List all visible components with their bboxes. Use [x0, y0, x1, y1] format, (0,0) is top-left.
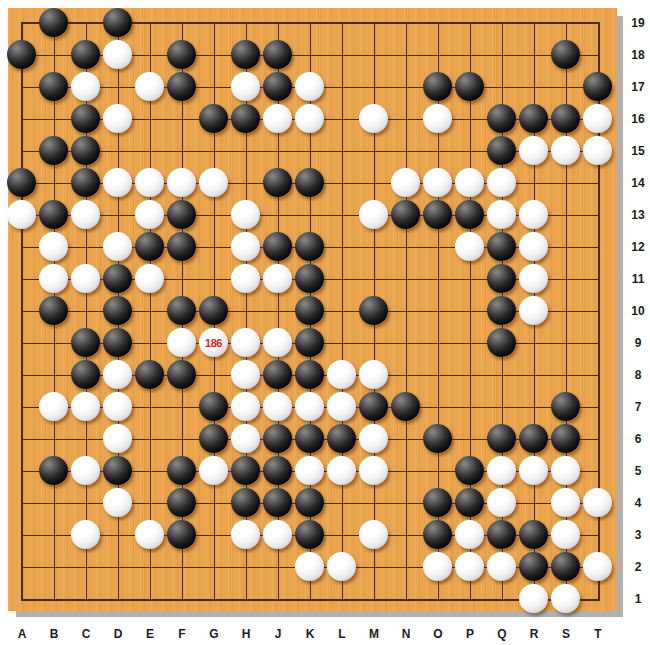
intersection-S1[interactable] — [550, 583, 582, 615]
intersection-K8[interactable] — [294, 359, 326, 391]
intersection-S12[interactable] — [550, 231, 582, 263]
intersection-K2[interactable] — [294, 551, 326, 583]
intersection-T3[interactable] — [582, 519, 614, 551]
intersection-R5[interactable] — [518, 455, 550, 487]
intersection-K10[interactable] — [294, 295, 326, 327]
intersection-J14[interactable] — [262, 167, 294, 199]
intersection-G4[interactable] — [198, 487, 230, 519]
intersection-Q11[interactable] — [486, 263, 518, 295]
intersection-S8[interactable] — [550, 359, 582, 391]
intersection-A9[interactable] — [6, 327, 38, 359]
intersection-O19[interactable] — [422, 7, 454, 39]
intersection-D16[interactable] — [102, 103, 134, 135]
intersection-T5[interactable] — [582, 455, 614, 487]
intersection-Q8[interactable] — [486, 359, 518, 391]
intersection-T11[interactable] — [582, 263, 614, 295]
intersection-G10[interactable] — [198, 295, 230, 327]
intersection-H9[interactable] — [230, 327, 262, 359]
intersection-B7[interactable] — [38, 391, 70, 423]
intersection-A3[interactable] — [6, 519, 38, 551]
intersection-O4[interactable] — [422, 487, 454, 519]
intersection-K1[interactable] — [294, 583, 326, 615]
intersection-G2[interactable] — [198, 551, 230, 583]
intersection-L18[interactable] — [326, 39, 358, 71]
intersection-A2[interactable] — [6, 551, 38, 583]
intersection-N18[interactable] — [390, 39, 422, 71]
intersection-Q18[interactable] — [486, 39, 518, 71]
intersection-A12[interactable] — [6, 231, 38, 263]
intersection-N14[interactable] — [390, 167, 422, 199]
intersection-E6[interactable] — [134, 423, 166, 455]
intersection-T18[interactable] — [582, 39, 614, 71]
intersection-F12[interactable] — [166, 231, 198, 263]
intersection-C13[interactable] — [70, 199, 102, 231]
intersection-P13[interactable] — [454, 199, 486, 231]
intersection-C5[interactable] — [70, 455, 102, 487]
intersection-A18[interactable] — [6, 39, 38, 71]
intersection-D3[interactable] — [102, 519, 134, 551]
intersection-K17[interactable] — [294, 71, 326, 103]
intersection-T1[interactable] — [582, 583, 614, 615]
intersection-F6[interactable] — [166, 423, 198, 455]
intersection-K14[interactable] — [294, 167, 326, 199]
intersection-S17[interactable] — [550, 71, 582, 103]
intersection-D7[interactable] — [102, 391, 134, 423]
intersection-N16[interactable] — [390, 103, 422, 135]
intersection-N4[interactable] — [390, 487, 422, 519]
intersection-J4[interactable] — [262, 487, 294, 519]
intersection-M6[interactable] — [358, 423, 390, 455]
intersection-K15[interactable] — [294, 135, 326, 167]
intersection-Q9[interactable] — [486, 327, 518, 359]
intersection-D15[interactable] — [102, 135, 134, 167]
intersection-J18[interactable] — [262, 39, 294, 71]
intersection-Q19[interactable] — [486, 7, 518, 39]
intersection-T13[interactable] — [582, 199, 614, 231]
intersection-P19[interactable] — [454, 7, 486, 39]
intersection-S11[interactable] — [550, 263, 582, 295]
intersection-P11[interactable] — [454, 263, 486, 295]
intersection-F19[interactable] — [166, 7, 198, 39]
intersection-G16[interactable] — [198, 103, 230, 135]
intersection-M1[interactable] — [358, 583, 390, 615]
intersection-F2[interactable] — [166, 551, 198, 583]
intersection-E8[interactable] — [134, 359, 166, 391]
intersection-C8[interactable] — [70, 359, 102, 391]
intersection-E16[interactable] — [134, 103, 166, 135]
intersection-P14[interactable] — [454, 167, 486, 199]
intersection-C19[interactable] — [70, 7, 102, 39]
intersection-Q16[interactable] — [486, 103, 518, 135]
intersection-G1[interactable] — [198, 583, 230, 615]
intersection-E9[interactable] — [134, 327, 166, 359]
intersection-B14[interactable] — [38, 167, 70, 199]
intersection-B1[interactable] — [38, 583, 70, 615]
intersection-F7[interactable] — [166, 391, 198, 423]
intersection-K5[interactable] — [294, 455, 326, 487]
intersection-T6[interactable] — [582, 423, 614, 455]
intersection-C7[interactable] — [70, 391, 102, 423]
intersection-S10[interactable] — [550, 295, 582, 327]
intersection-Q1[interactable] — [486, 583, 518, 615]
intersection-O9[interactable] — [422, 327, 454, 359]
intersection-C9[interactable] — [70, 327, 102, 359]
intersection-N17[interactable] — [390, 71, 422, 103]
intersection-L14[interactable] — [326, 167, 358, 199]
intersection-E11[interactable] — [134, 263, 166, 295]
intersection-B8[interactable] — [38, 359, 70, 391]
intersection-O3[interactable] — [422, 519, 454, 551]
intersection-A13[interactable] — [6, 199, 38, 231]
intersection-M7[interactable] — [358, 391, 390, 423]
intersection-J12[interactable] — [262, 231, 294, 263]
intersection-D4[interactable] — [102, 487, 134, 519]
intersection-L15[interactable] — [326, 135, 358, 167]
intersection-R8[interactable] — [518, 359, 550, 391]
intersection-T10[interactable] — [582, 295, 614, 327]
intersection-F17[interactable] — [166, 71, 198, 103]
intersection-R16[interactable] — [518, 103, 550, 135]
intersection-D6[interactable] — [102, 423, 134, 455]
intersection-H15[interactable] — [230, 135, 262, 167]
intersection-C16[interactable] — [70, 103, 102, 135]
intersection-S6[interactable] — [550, 423, 582, 455]
intersection-B16[interactable] — [38, 103, 70, 135]
intersection-L6[interactable] — [326, 423, 358, 455]
intersection-O8[interactable] — [422, 359, 454, 391]
intersection-S16[interactable] — [550, 103, 582, 135]
intersection-H19[interactable] — [230, 7, 262, 39]
intersection-A15[interactable] — [6, 135, 38, 167]
intersection-N5[interactable] — [390, 455, 422, 487]
intersection-A8[interactable] — [6, 359, 38, 391]
intersection-F11[interactable] — [166, 263, 198, 295]
intersection-M8[interactable] — [358, 359, 390, 391]
intersection-M17[interactable] — [358, 71, 390, 103]
intersection-P7[interactable] — [454, 391, 486, 423]
intersection-E15[interactable] — [134, 135, 166, 167]
intersection-D14[interactable] — [102, 167, 134, 199]
intersection-L12[interactable] — [326, 231, 358, 263]
intersection-F1[interactable] — [166, 583, 198, 615]
intersection-P15[interactable] — [454, 135, 486, 167]
intersection-L10[interactable] — [326, 295, 358, 327]
intersection-A7[interactable] — [6, 391, 38, 423]
intersection-T12[interactable] — [582, 231, 614, 263]
intersection-R4[interactable] — [518, 487, 550, 519]
intersection-T2[interactable] — [582, 551, 614, 583]
intersection-E13[interactable] — [134, 199, 166, 231]
intersection-R7[interactable] — [518, 391, 550, 423]
intersection-P5[interactable] — [454, 455, 486, 487]
intersection-O5[interactable] — [422, 455, 454, 487]
intersection-P16[interactable] — [454, 103, 486, 135]
intersection-Q2[interactable] — [486, 551, 518, 583]
intersection-L16[interactable] — [326, 103, 358, 135]
intersection-P4[interactable] — [454, 487, 486, 519]
intersection-B12[interactable] — [38, 231, 70, 263]
intersection-M2[interactable] — [358, 551, 390, 583]
intersection-Q14[interactable] — [486, 167, 518, 199]
intersection-S4[interactable] — [550, 487, 582, 519]
intersection-S13[interactable] — [550, 199, 582, 231]
intersection-Q4[interactable] — [486, 487, 518, 519]
intersection-B6[interactable] — [38, 423, 70, 455]
intersection-T15[interactable] — [582, 135, 614, 167]
intersection-Q12[interactable] — [486, 231, 518, 263]
intersection-R3[interactable] — [518, 519, 550, 551]
intersection-K12[interactable] — [294, 231, 326, 263]
intersection-G14[interactable] — [198, 167, 230, 199]
intersection-G18[interactable] — [198, 39, 230, 71]
intersection-B18[interactable] — [38, 39, 70, 71]
intersection-C2[interactable] — [70, 551, 102, 583]
intersection-D11[interactable] — [102, 263, 134, 295]
intersection-E2[interactable] — [134, 551, 166, 583]
intersection-C1[interactable] — [70, 583, 102, 615]
intersection-N9[interactable] — [390, 327, 422, 359]
intersection-D5[interactable] — [102, 455, 134, 487]
intersection-R12[interactable] — [518, 231, 550, 263]
intersection-G7[interactable] — [198, 391, 230, 423]
intersection-G12[interactable] — [198, 231, 230, 263]
intersection-M3[interactable] — [358, 519, 390, 551]
intersection-N10[interactable] — [390, 295, 422, 327]
intersection-S14[interactable] — [550, 167, 582, 199]
intersection-O2[interactable] — [422, 551, 454, 583]
intersection-H11[interactable] — [230, 263, 262, 295]
intersection-N19[interactable] — [390, 7, 422, 39]
intersection-T7[interactable] — [582, 391, 614, 423]
intersection-G13[interactable] — [198, 199, 230, 231]
intersection-J10[interactable] — [262, 295, 294, 327]
intersection-C14[interactable] — [70, 167, 102, 199]
intersection-R17[interactable] — [518, 71, 550, 103]
intersection-E12[interactable] — [134, 231, 166, 263]
intersection-C12[interactable] — [70, 231, 102, 263]
intersection-D10[interactable] — [102, 295, 134, 327]
intersection-P9[interactable] — [454, 327, 486, 359]
intersection-N15[interactable] — [390, 135, 422, 167]
intersection-M10[interactable] — [358, 295, 390, 327]
intersection-B15[interactable] — [38, 135, 70, 167]
intersection-O14[interactable] — [422, 167, 454, 199]
intersection-P10[interactable] — [454, 295, 486, 327]
intersection-B13[interactable] — [38, 199, 70, 231]
intersection-N6[interactable] — [390, 423, 422, 455]
intersection-F15[interactable] — [166, 135, 198, 167]
intersection-M13[interactable] — [358, 199, 390, 231]
intersection-R11[interactable] — [518, 263, 550, 295]
intersection-D2[interactable] — [102, 551, 134, 583]
intersection-C4[interactable] — [70, 487, 102, 519]
intersection-F10[interactable] — [166, 295, 198, 327]
intersection-J19[interactable] — [262, 7, 294, 39]
intersection-Q13[interactable] — [486, 199, 518, 231]
intersection-R6[interactable] — [518, 423, 550, 455]
intersection-M11[interactable] — [358, 263, 390, 295]
intersection-B9[interactable] — [38, 327, 70, 359]
intersection-S2[interactable] — [550, 551, 582, 583]
intersection-R13[interactable] — [518, 199, 550, 231]
intersection-N3[interactable] — [390, 519, 422, 551]
intersection-E10[interactable] — [134, 295, 166, 327]
intersection-M14[interactable] — [358, 167, 390, 199]
intersection-O13[interactable] — [422, 199, 454, 231]
intersection-K7[interactable] — [294, 391, 326, 423]
intersection-L19[interactable] — [326, 7, 358, 39]
intersection-L8[interactable] — [326, 359, 358, 391]
intersection-C10[interactable] — [70, 295, 102, 327]
intersection-Q6[interactable] — [486, 423, 518, 455]
intersection-F3[interactable] — [166, 519, 198, 551]
intersection-R19[interactable] — [518, 7, 550, 39]
intersection-R10[interactable] — [518, 295, 550, 327]
intersection-O15[interactable] — [422, 135, 454, 167]
intersection-L9[interactable] — [326, 327, 358, 359]
intersection-J11[interactable] — [262, 263, 294, 295]
intersection-G17[interactable] — [198, 71, 230, 103]
intersection-Q10[interactable] — [486, 295, 518, 327]
intersection-P2[interactable] — [454, 551, 486, 583]
intersection-C11[interactable] — [70, 263, 102, 295]
intersection-C17[interactable] — [70, 71, 102, 103]
intersection-O1[interactable] — [422, 583, 454, 615]
intersection-P8[interactable] — [454, 359, 486, 391]
intersection-E14[interactable] — [134, 167, 166, 199]
intersection-A11[interactable] — [6, 263, 38, 295]
intersection-R2[interactable] — [518, 551, 550, 583]
intersection-K9[interactable] — [294, 327, 326, 359]
intersection-L4[interactable] — [326, 487, 358, 519]
intersection-F5[interactable] — [166, 455, 198, 487]
intersection-A10[interactable] — [6, 295, 38, 327]
intersection-C3[interactable] — [70, 519, 102, 551]
intersection-Q5[interactable] — [486, 455, 518, 487]
intersection-O16[interactable] — [422, 103, 454, 135]
intersection-K13[interactable] — [294, 199, 326, 231]
intersection-S7[interactable] — [550, 391, 582, 423]
intersection-M5[interactable] — [358, 455, 390, 487]
intersection-R15[interactable] — [518, 135, 550, 167]
intersection-J7[interactable] — [262, 391, 294, 423]
intersection-F4[interactable] — [166, 487, 198, 519]
go-board[interactable]: 186 — [8, 8, 617, 611]
intersection-H4[interactable] — [230, 487, 262, 519]
intersection-A14[interactable] — [6, 167, 38, 199]
intersection-A16[interactable] — [6, 103, 38, 135]
intersection-T4[interactable] — [582, 487, 614, 519]
intersection-A5[interactable] — [6, 455, 38, 487]
intersection-J8[interactable] — [262, 359, 294, 391]
intersection-H13[interactable] — [230, 199, 262, 231]
intersection-F18[interactable] — [166, 39, 198, 71]
intersection-A4[interactable] — [6, 487, 38, 519]
intersection-P18[interactable] — [454, 39, 486, 71]
intersection-R14[interactable] — [518, 167, 550, 199]
intersection-Q17[interactable] — [486, 71, 518, 103]
intersection-O10[interactable] — [422, 295, 454, 327]
intersection-S15[interactable] — [550, 135, 582, 167]
intersection-H5[interactable] — [230, 455, 262, 487]
intersection-M18[interactable] — [358, 39, 390, 71]
intersection-D1[interactable] — [102, 583, 134, 615]
intersection-L7[interactable] — [326, 391, 358, 423]
intersection-K6[interactable] — [294, 423, 326, 455]
intersection-L5[interactable] — [326, 455, 358, 487]
intersection-L2[interactable] — [326, 551, 358, 583]
intersection-B2[interactable] — [38, 551, 70, 583]
intersection-M19[interactable] — [358, 7, 390, 39]
intersection-M9[interactable] — [358, 327, 390, 359]
intersection-P6[interactable] — [454, 423, 486, 455]
intersection-R18[interactable] — [518, 39, 550, 71]
intersection-T17[interactable] — [582, 71, 614, 103]
intersection-S18[interactable] — [550, 39, 582, 71]
intersection-H18[interactable] — [230, 39, 262, 71]
intersection-G15[interactable] — [198, 135, 230, 167]
intersection-J16[interactable] — [262, 103, 294, 135]
intersection-K19[interactable] — [294, 7, 326, 39]
intersection-T14[interactable] — [582, 167, 614, 199]
intersection-O6[interactable] — [422, 423, 454, 455]
intersection-B17[interactable] — [38, 71, 70, 103]
intersection-J5[interactable] — [262, 455, 294, 487]
intersection-P17[interactable] — [454, 71, 486, 103]
intersection-B5[interactable] — [38, 455, 70, 487]
intersection-O18[interactable] — [422, 39, 454, 71]
intersection-P12[interactable] — [454, 231, 486, 263]
intersection-G5[interactable] — [198, 455, 230, 487]
intersection-T19[interactable] — [582, 7, 614, 39]
intersection-S19[interactable] — [550, 7, 582, 39]
intersection-E17[interactable] — [134, 71, 166, 103]
intersection-Q3[interactable] — [486, 519, 518, 551]
intersection-C15[interactable] — [70, 135, 102, 167]
intersection-G3[interactable] — [198, 519, 230, 551]
intersection-O11[interactable] — [422, 263, 454, 295]
intersection-H7[interactable] — [230, 391, 262, 423]
intersection-B11[interactable] — [38, 263, 70, 295]
intersection-F14[interactable] — [166, 167, 198, 199]
intersection-B10[interactable] — [38, 295, 70, 327]
intersection-L11[interactable] — [326, 263, 358, 295]
intersection-L13[interactable] — [326, 199, 358, 231]
intersection-T16[interactable] — [582, 103, 614, 135]
intersection-E5[interactable] — [134, 455, 166, 487]
intersection-G19[interactable] — [198, 7, 230, 39]
intersection-R1[interactable] — [518, 583, 550, 615]
intersection-N8[interactable] — [390, 359, 422, 391]
intersection-D8[interactable] — [102, 359, 134, 391]
intersection-H14[interactable] — [230, 167, 262, 199]
intersection-M16[interactable] — [358, 103, 390, 135]
intersection-K18[interactable] — [294, 39, 326, 71]
intersection-J17[interactable] — [262, 71, 294, 103]
intersection-S3[interactable] — [550, 519, 582, 551]
intersection-N11[interactable] — [390, 263, 422, 295]
intersection-O12[interactable] — [422, 231, 454, 263]
intersection-T8[interactable] — [582, 359, 614, 391]
intersection-D9[interactable] — [102, 327, 134, 359]
intersection-J6[interactable] — [262, 423, 294, 455]
intersection-G9[interactable]: 186 — [198, 327, 230, 359]
intersection-E7[interactable] — [134, 391, 166, 423]
intersection-E4[interactable] — [134, 487, 166, 519]
intersection-F8[interactable] — [166, 359, 198, 391]
intersection-N13[interactable] — [390, 199, 422, 231]
intersection-O7[interactable] — [422, 391, 454, 423]
